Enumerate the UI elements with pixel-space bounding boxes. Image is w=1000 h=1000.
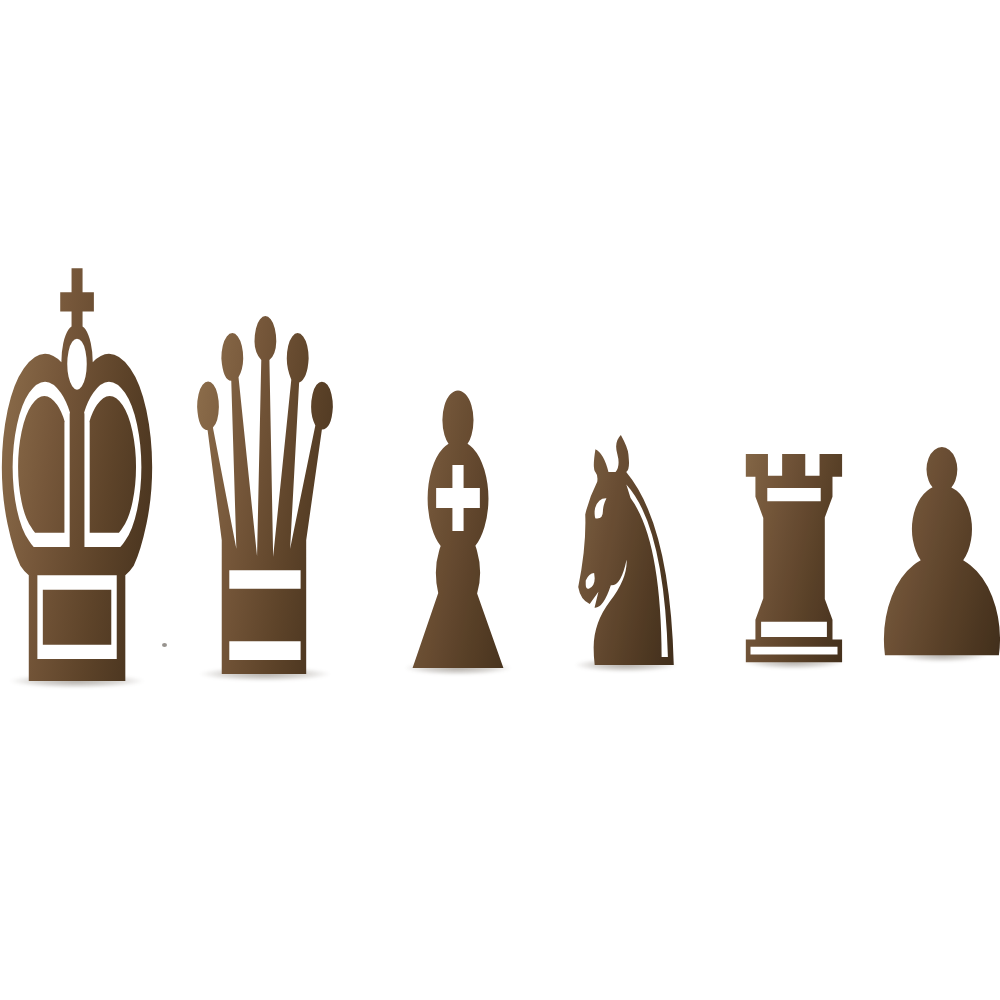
dust-speck bbox=[162, 643, 167, 647]
pawn-glyph: ♟ bbox=[855, 414, 1000, 699]
knight-glyph: ♞ bbox=[551, 399, 701, 714]
bishop-glyph: ♝ bbox=[371, 347, 545, 727]
chess-piece-set-photo: ♚ ♛ ♝ ♞ ♜ ♟ bbox=[0, 0, 1000, 1000]
king-glyph: ♚ bbox=[0, 203, 173, 768]
rook-glyph: ♜ bbox=[717, 421, 870, 706]
queen-glyph: ♛ bbox=[175, 260, 355, 750]
